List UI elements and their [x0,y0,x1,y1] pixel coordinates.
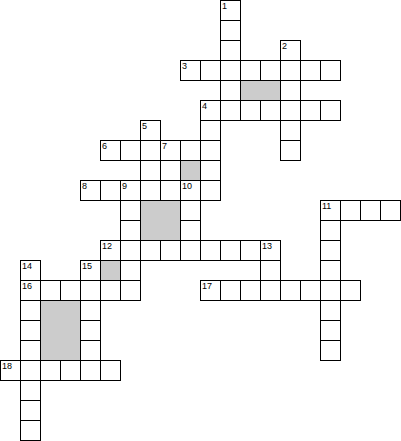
answer-cell-r3-c12[interactable] [240,60,261,81]
answer-cell-r19-c1[interactable] [20,380,41,401]
answer-cell-r14-c6[interactable] [120,280,141,301]
answer-cell-r7-c14[interactable] [280,140,301,161]
answer-cell-r14-c4[interactable] [80,280,101,301]
answer-cell-r14-c5[interactable] [100,280,121,301]
answer-cell-r14-c2[interactable] [40,280,61,301]
answer-cell-r4-c14[interactable] [280,80,301,101]
answer-cell-r14-c1[interactable] [20,280,41,301]
answer-cell-r17-c16[interactable] [320,340,341,361]
answer-cell-r9-c9[interactable] [180,180,201,201]
answer-cell-r5-c16[interactable] [320,100,341,121]
blocked-cell-r10-c8 [160,200,181,221]
blocked-cell-r4-c13 [260,80,281,101]
blocked-cell-r15-c2 [40,300,61,321]
blocked-cell-r17-c2 [40,340,61,361]
answer-cell-r6-c10[interactable] [200,120,221,141]
answer-cell-r9-c8[interactable] [160,180,181,201]
crossword-grid: 123456789101112131415161718 [0,0,401,441]
answer-cell-r14-c15[interactable] [300,280,321,301]
answer-cell-r12-c13[interactable] [260,240,281,261]
blocked-cell-r17-c3 [60,340,81,361]
answer-cell-r3-c14[interactable] [280,60,301,81]
answer-cell-r3-c9[interactable] [180,60,201,81]
answer-cell-r3-c16[interactable] [320,60,341,81]
answer-cell-r7-c5[interactable] [100,140,121,161]
answer-cell-r10-c18[interactable] [360,200,381,221]
answer-cell-r3-c15[interactable] [300,60,321,81]
answer-cell-r14-c14[interactable] [280,280,301,301]
answer-cell-r21-c1[interactable] [20,420,41,441]
answer-cell-r12-c9[interactable] [180,240,201,261]
answer-cell-r17-c1[interactable] [20,340,41,361]
blocked-cell-r16-c3 [60,320,81,341]
answer-cell-r12-c11[interactable] [220,240,241,261]
answer-cell-r7-c8[interactable] [160,140,181,161]
answer-cell-r18-c1[interactable] [20,360,41,381]
answer-cell-r15-c1[interactable] [20,300,41,321]
answer-cell-r1-c11[interactable] [220,20,241,41]
answer-cell-r14-c11[interactable] [220,280,241,301]
answer-cell-r17-c4[interactable] [80,340,101,361]
answer-cell-r8-c7[interactable] [140,160,161,181]
answer-cell-r13-c6[interactable] [120,260,141,281]
blocked-cell-r11-c8 [160,220,181,241]
answer-cell-r12-c6[interactable] [120,240,141,261]
answer-cell-r20-c1[interactable] [20,400,41,421]
answer-cell-r14-c13[interactable] [260,280,281,301]
blocked-cell-r13-c5 [100,260,121,281]
blocked-cell-r4-c12 [240,80,261,101]
answer-cell-r6-c7[interactable] [140,120,161,141]
answer-cell-r12-c10[interactable] [200,240,221,261]
answer-cell-r5-c13[interactable] [260,100,281,121]
answer-cell-r7-c6[interactable] [120,140,141,161]
answer-cell-r5-c14[interactable] [280,100,301,121]
answer-cell-r11-c6[interactable] [120,220,141,241]
answer-cell-r12-c12[interactable] [240,240,261,261]
answer-cell-r7-c9[interactable] [180,140,201,161]
answer-cell-r4-c11[interactable] [220,80,241,101]
answer-cell-r14-c16[interactable] [320,280,341,301]
blocked-cell-r11-c7 [140,220,161,241]
answer-cell-r2-c14[interactable] [280,40,301,61]
answer-cell-r11-c9[interactable] [180,220,201,241]
answer-cell-r14-c3[interactable] [60,280,81,301]
answer-cell-r15-c4[interactable] [80,300,101,321]
answer-cell-r14-c12[interactable] [240,280,261,301]
answer-cell-r8-c8[interactable] [160,160,181,181]
answer-cell-r10-c16[interactable] [320,200,341,221]
answer-cell-r9-c4[interactable] [80,180,101,201]
answer-cell-r5-c10[interactable] [200,100,221,121]
answer-cell-r9-c5[interactable] [100,180,121,201]
answer-cell-r6-c14[interactable] [280,120,301,141]
answer-cell-r5-c15[interactable] [300,100,321,121]
answer-cell-r12-c7[interactable] [140,240,161,261]
answer-cell-r0-c11[interactable] [220,0,241,21]
answer-cell-r16-c16[interactable] [320,320,341,341]
answer-cell-r7-c7[interactable] [140,140,161,161]
answer-cell-r18-c0[interactable] [0,360,21,381]
answer-cell-r10-c9[interactable] [180,200,201,221]
blocked-cell-r16-c2 [40,320,61,341]
answer-cell-r18-c2[interactable] [40,360,61,381]
answer-cell-r12-c8[interactable] [160,240,181,261]
answer-cell-r14-c10[interactable] [200,280,221,301]
answer-cell-r8-c10[interactable] [200,160,221,181]
answer-cell-r18-c3[interactable] [60,360,81,381]
answer-cell-r3-c11[interactable] [220,60,241,81]
answer-cell-r18-c5[interactable] [100,360,121,381]
answer-cell-r13-c1[interactable] [20,260,41,281]
answer-cell-r10-c17[interactable] [340,200,361,221]
answer-cell-r13-c4[interactable] [80,260,101,281]
blocked-cell-r10-c7 [140,200,161,221]
answer-cell-r5-c12[interactable] [240,100,261,121]
answer-cell-r14-c17[interactable] [340,280,361,301]
answer-cell-r9-c7[interactable] [140,180,161,201]
answer-cell-r9-c10[interactable] [200,180,221,201]
answer-cell-r7-c10[interactable] [200,140,221,161]
answer-cell-r16-c4[interactable] [80,320,101,341]
answer-cell-r13-c13[interactable] [260,260,281,281]
answer-cell-r3-c10[interactable] [200,60,221,81]
answer-cell-r9-c6[interactable] [120,180,141,201]
answer-cell-r10-c19[interactable] [380,200,401,221]
answer-cell-r11-c16[interactable] [320,220,341,241]
answer-cell-r18-c4[interactable] [80,360,101,381]
answer-cell-r5-c11[interactable] [220,100,241,121]
answer-cell-r2-c11[interactable] [220,40,241,61]
blocked-cell-r15-c3 [60,300,81,321]
answer-cell-r10-c6[interactable] [120,200,141,221]
answer-cell-r3-c13[interactable] [260,60,281,81]
answer-cell-r15-c16[interactable] [320,300,341,321]
blocked-cell-r8-c9 [180,160,201,181]
answer-cell-r12-c16[interactable] [320,240,341,261]
answer-cell-r12-c5[interactable] [100,240,121,261]
answer-cell-r16-c1[interactable] [20,320,41,341]
answer-cell-r13-c16[interactable] [320,260,341,281]
